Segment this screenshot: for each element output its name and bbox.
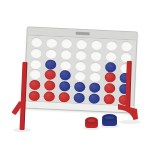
cell-r2c3 [58,49,73,60]
cell-r6c5 [86,93,101,104]
right-leg-foot [117,100,141,124]
cell-r5c4 [72,81,87,92]
cell-r3c1 [28,58,43,69]
empty-hole [106,40,117,50]
empty-hole [31,37,42,47]
cell-r3c3 [58,59,73,70]
empty-hole [90,61,101,71]
blue-disc [59,81,70,91]
board-grid [25,36,137,107]
cell-r6c1 [27,90,42,101]
ground-disc-blue [102,114,117,126]
empty-hole [75,60,86,70]
cell-r1c5 [89,39,104,50]
cell-r4c1 [28,69,43,80]
blue-disc [105,62,116,72]
cell-r1c1 [29,37,44,48]
cell-r1c3 [59,38,74,49]
red-disc [103,94,114,104]
ground-disc-red [85,117,98,128]
cell-r4c2 [43,69,58,80]
empty-hole [76,39,87,49]
empty-hole [121,41,132,51]
red-disc [104,72,115,82]
blue-disc [45,59,56,69]
disc-ring [105,116,114,119]
cell-r3c4 [73,60,88,71]
cell-r1c6 [104,40,119,51]
blue-disc [74,92,85,102]
cell-r5c3 [57,81,72,92]
cell-r5c6 [102,83,117,94]
brand-label [75,32,89,36]
cell-r3c5 [88,61,103,72]
empty-hole [45,48,56,58]
cell-r1c4 [74,39,89,50]
cell-r6c4 [72,92,87,103]
cell-r2c6 [103,51,118,62]
blue-disc [89,82,100,92]
red-disc [59,92,70,102]
empty-hole [30,58,41,68]
empty-hole [89,72,100,82]
cell-r4c5 [87,71,102,82]
empty-hole [105,51,116,61]
red-disc [44,80,55,90]
cell-r4c4 [72,71,87,82]
cell-r1c2 [44,37,59,48]
red-disc [104,83,115,93]
cell-r5c1 [27,79,42,90]
disc-ring [88,119,95,122]
cell-r5c5 [87,82,102,93]
red-disc [44,91,55,101]
cell-r5c2 [42,80,57,91]
cell-r2c2 [43,48,58,59]
cell-r4c3 [57,70,72,81]
empty-hole [61,38,72,48]
red-disc [29,90,40,100]
blue-disc [74,82,85,92]
blue-disc [89,93,100,103]
cell-r6c3 [57,91,72,102]
empty-hole [30,69,41,79]
red-disc [29,80,40,90]
blue-disc [60,70,71,80]
cell-r2c1 [28,47,43,58]
cell-r6c6 [101,93,116,104]
red-disc [45,70,56,80]
cell-r4c6 [102,72,117,83]
empty-hole [90,50,101,60]
empty-hole [46,38,57,48]
empty-hole [60,49,71,59]
cell-r2c4 [73,49,88,60]
cell-r1c7 [119,41,134,52]
empty-hole [60,60,71,70]
cell-r2c5 [88,50,103,61]
empty-hole [75,50,86,60]
cell-r6c2 [42,91,57,102]
empty-hole [74,71,85,81]
connect-four-product-photo [0,0,150,150]
empty-hole [91,40,102,50]
cell-r3c6 [103,61,118,72]
empty-hole [31,48,42,58]
cell-r3c2 [43,59,58,70]
